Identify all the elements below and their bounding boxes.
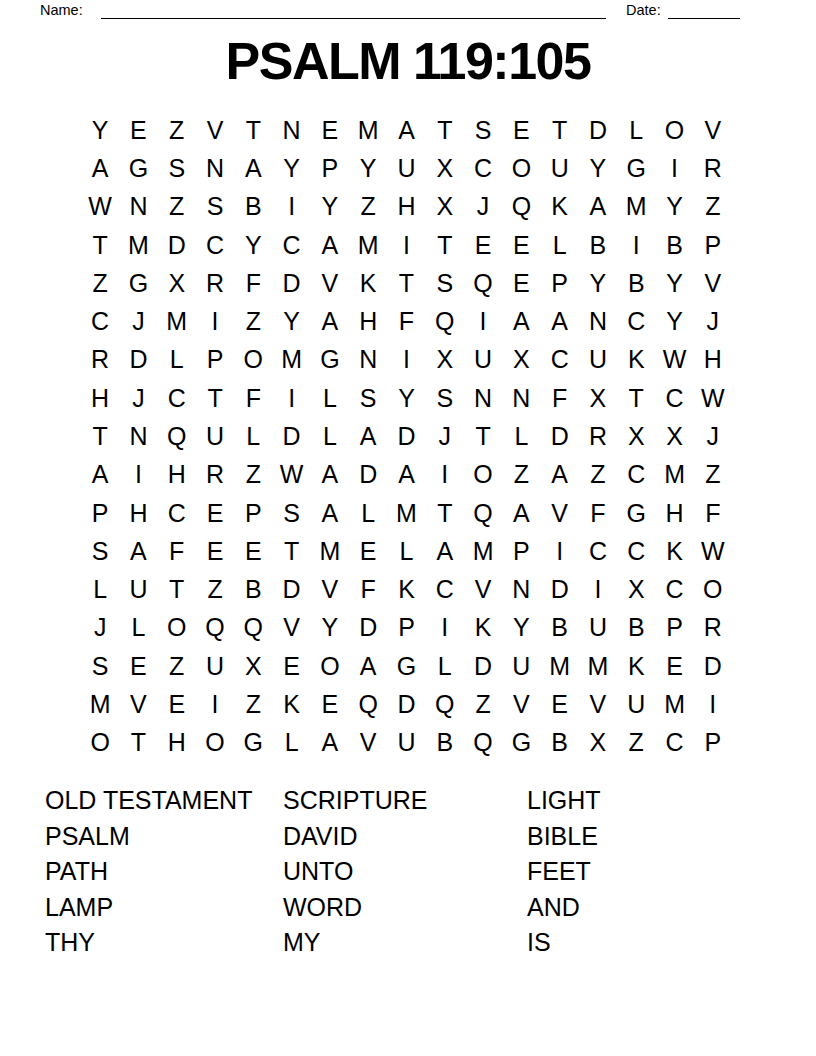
grid-cell[interactable]: P — [196, 341, 234, 379]
grid-cell[interactable]: Z — [579, 456, 617, 494]
grid-cell[interactable]: A — [81, 456, 119, 494]
grid-cell[interactable]: I — [387, 226, 425, 264]
grid-cell[interactable]: S — [349, 379, 387, 417]
grid-cell[interactable]: T — [272, 532, 310, 570]
grid-cell[interactable]: N — [119, 417, 157, 455]
grid-cell[interactable]: K — [464, 609, 502, 647]
grid-cell[interactable]: Y — [349, 149, 387, 187]
grid-cell[interactable]: P — [234, 494, 272, 532]
grid-cell[interactable]: M — [387, 494, 425, 532]
name-fill-line[interactable] — [101, 18, 606, 19]
grid-cell[interactable]: P — [655, 609, 693, 647]
grid-cell[interactable]: Z — [234, 685, 272, 723]
grid-cell[interactable]: C — [655, 724, 693, 762]
grid-cell[interactable]: J — [694, 302, 732, 340]
grid-cell[interactable]: B — [655, 226, 693, 264]
grid-cell[interactable]: D — [158, 226, 196, 264]
grid-cell[interactable]: G — [119, 264, 157, 302]
grid-cell[interactable]: S — [81, 532, 119, 570]
grid-cell[interactable]: B — [426, 724, 464, 762]
grid-cell[interactable]: Z — [196, 571, 234, 609]
grid-cell[interactable]: C — [655, 379, 693, 417]
grid-cell[interactable]: T — [196, 379, 234, 417]
grid-cell[interactable]: Q — [234, 609, 272, 647]
grid-cell[interactable]: X — [617, 417, 655, 455]
grid-cell[interactable]: E — [464, 226, 502, 264]
grid-cell[interactable]: H — [387, 188, 425, 226]
word-list-item[interactable]: SCRIPTURE — [283, 783, 427, 819]
grid-cell[interactable]: B — [617, 609, 655, 647]
grid-cell[interactable]: Q — [464, 494, 502, 532]
grid-cell[interactable]: J — [81, 609, 119, 647]
grid-cell[interactable]: G — [502, 724, 540, 762]
grid-cell[interactable]: M — [579, 647, 617, 685]
grid-cell[interactable]: Z — [694, 188, 732, 226]
grid-cell[interactable]: N — [272, 111, 310, 149]
grid-cell[interactable]: W — [272, 456, 310, 494]
grid-cell[interactable]: M — [349, 226, 387, 264]
grid-cell[interactable]: W — [694, 379, 732, 417]
grid-cell[interactable]: P — [541, 264, 579, 302]
grid-cell[interactable]: X — [426, 188, 464, 226]
word-list-item[interactable]: LAMP — [45, 890, 252, 926]
grid-cell[interactable]: O — [158, 609, 196, 647]
grid-cell[interactable]: E — [234, 532, 272, 570]
grid-cell[interactable]: A — [234, 149, 272, 187]
grid-cell[interactable]: U — [464, 341, 502, 379]
grid-cell[interactable]: T — [81, 226, 119, 264]
grid-cell[interactable]: X — [426, 149, 464, 187]
grid-cell[interactable]: C — [655, 571, 693, 609]
grid-cell[interactable]: Q — [502, 188, 540, 226]
grid-cell[interactable]: C — [158, 379, 196, 417]
grid-cell[interactable]: X — [579, 379, 617, 417]
grid-cell[interactable]: A — [349, 647, 387, 685]
grid-cell[interactable]: H — [694, 341, 732, 379]
grid-cell[interactable]: A — [81, 149, 119, 187]
word-list-item[interactable]: BIBLE — [527, 819, 601, 855]
grid-cell[interactable]: C — [541, 341, 579, 379]
grid-cell[interactable]: P — [502, 532, 540, 570]
grid-cell[interactable]: Z — [464, 685, 502, 723]
grid-cell[interactable]: I — [426, 609, 464, 647]
grid-cell[interactable]: V — [196, 111, 234, 149]
grid-cell[interactable]: P — [694, 226, 732, 264]
grid-cell[interactable]: A — [579, 188, 617, 226]
grid-cell[interactable]: F — [541, 379, 579, 417]
grid-cell[interactable]: S — [272, 494, 310, 532]
grid-cell[interactable]: U — [502, 647, 540, 685]
grid-cell[interactable]: U — [196, 647, 234, 685]
grid-cell[interactable]: M — [541, 647, 579, 685]
grid-cell[interactable]: E — [541, 685, 579, 723]
grid-cell[interactable]: Z — [502, 456, 540, 494]
grid-cell[interactable]: F — [234, 379, 272, 417]
word-list-item[interactable]: THY — [45, 925, 252, 961]
grid-cell[interactable]: E — [502, 264, 540, 302]
grid-cell[interactable]: P — [387, 609, 425, 647]
grid-cell[interactable]: L — [311, 417, 349, 455]
grid-cell[interactable]: M — [464, 532, 502, 570]
grid-cell[interactable]: Y — [579, 149, 617, 187]
grid-cell[interactable]: A — [311, 456, 349, 494]
grid-cell[interactable]: U — [387, 724, 425, 762]
grid-cell[interactable]: L — [158, 341, 196, 379]
grid-cell[interactable]: A — [502, 302, 540, 340]
grid-cell[interactable]: M — [158, 302, 196, 340]
grid-cell[interactable]: R — [196, 264, 234, 302]
grid-cell[interactable]: X — [655, 417, 693, 455]
grid-cell[interactable]: M — [349, 111, 387, 149]
grid-cell[interactable]: R — [81, 341, 119, 379]
grid-cell[interactable]: Y — [272, 302, 310, 340]
grid-cell[interactable]: P — [311, 149, 349, 187]
grid-cell[interactable]: K — [617, 341, 655, 379]
grid-cell[interactable]: I — [196, 302, 234, 340]
grid-cell[interactable]: L — [272, 724, 310, 762]
grid-cell[interactable]: S — [464, 111, 502, 149]
grid-cell[interactable]: S — [426, 264, 464, 302]
grid-cell[interactable]: G — [387, 647, 425, 685]
grid-cell[interactable]: S — [81, 647, 119, 685]
grid-cell[interactable]: D — [541, 571, 579, 609]
grid-cell[interactable]: Y — [234, 226, 272, 264]
grid-cell[interactable]: B — [579, 226, 617, 264]
grid-cell[interactable]: P — [81, 494, 119, 532]
grid-cell[interactable]: Y — [655, 188, 693, 226]
grid-cell[interactable]: E — [158, 685, 196, 723]
grid-cell[interactable]: M — [655, 685, 693, 723]
word-list-item[interactable]: OLD TESTAMENT — [45, 783, 252, 819]
grid-cell[interactable]: A — [541, 302, 579, 340]
grid-cell[interactable]: J — [426, 417, 464, 455]
grid-cell[interactable]: D — [387, 417, 425, 455]
grid-cell[interactable]: F — [387, 302, 425, 340]
grid-cell[interactable]: Y — [655, 264, 693, 302]
date-fill-line[interactable] — [668, 18, 740, 19]
grid-cell[interactable]: K — [349, 264, 387, 302]
grid-cell[interactable]: X — [234, 647, 272, 685]
grid-cell[interactable]: S — [158, 149, 196, 187]
grid-cell[interactable]: J — [119, 379, 157, 417]
grid-cell[interactable]: T — [119, 724, 157, 762]
grid-cell[interactable]: I — [694, 685, 732, 723]
grid-cell[interactable]: U — [579, 609, 617, 647]
grid-cell[interactable]: L — [119, 609, 157, 647]
grid-cell[interactable]: B — [234, 571, 272, 609]
grid-cell[interactable]: N — [502, 379, 540, 417]
grid-cell[interactable]: O — [464, 456, 502, 494]
grid-cell[interactable]: T — [426, 494, 464, 532]
grid-cell[interactable]: Q — [464, 264, 502, 302]
grid-cell[interactable]: N — [196, 149, 234, 187]
grid-cell[interactable]: Q — [426, 302, 464, 340]
grid-cell[interactable]: B — [617, 264, 655, 302]
grid-cell[interactable]: A — [387, 111, 425, 149]
grid-cell[interactable]: P — [694, 724, 732, 762]
grid-cell[interactable]: E — [272, 647, 310, 685]
grid-cell[interactable]: D — [387, 685, 425, 723]
grid-cell[interactable]: E — [655, 647, 693, 685]
grid-cell[interactable]: X — [158, 264, 196, 302]
grid-cell[interactable]: B — [541, 724, 579, 762]
grid-cell[interactable]: X — [502, 341, 540, 379]
grid-cell[interactable]: Z — [349, 188, 387, 226]
grid-cell[interactable]: Q — [426, 685, 464, 723]
grid-cell[interactable]: E — [311, 685, 349, 723]
grid-cell[interactable]: H — [158, 456, 196, 494]
grid-cell[interactable]: V — [119, 685, 157, 723]
grid-cell[interactable]: G — [311, 341, 349, 379]
grid-cell[interactable]: M — [81, 685, 119, 723]
grid-cell[interactable]: C — [196, 226, 234, 264]
grid-cell[interactable]: F — [694, 494, 732, 532]
grid-cell[interactable]: W — [655, 341, 693, 379]
grid-cell[interactable]: O — [655, 111, 693, 149]
grid-cell[interactable]: F — [579, 494, 617, 532]
grid-cell[interactable]: D — [272, 417, 310, 455]
grid-cell[interactable]: I — [387, 341, 425, 379]
grid-cell[interactable]: B — [234, 188, 272, 226]
grid-cell[interactable]: O — [694, 571, 732, 609]
grid-cell[interactable]: I — [272, 188, 310, 226]
grid-cell[interactable]: A — [541, 456, 579, 494]
grid-cell[interactable]: R — [694, 609, 732, 647]
grid-cell[interactable]: D — [349, 609, 387, 647]
grid-cell[interactable]: L — [617, 111, 655, 149]
grid-cell[interactable]: Y — [311, 188, 349, 226]
grid-cell[interactable]: K — [617, 647, 655, 685]
word-list-item[interactable]: FEET — [527, 854, 601, 890]
grid-cell[interactable]: T — [426, 226, 464, 264]
grid-cell[interactable]: F — [234, 264, 272, 302]
grid-cell[interactable]: E — [119, 647, 157, 685]
grid-cell[interactable]: A — [426, 532, 464, 570]
grid-cell[interactable]: H — [655, 494, 693, 532]
grid-cell[interactable]: U — [119, 571, 157, 609]
grid-cell[interactable]: Z — [234, 456, 272, 494]
grid-cell[interactable]: A — [311, 302, 349, 340]
grid-cell[interactable]: D — [272, 571, 310, 609]
grid-cell[interactable]: D — [579, 111, 617, 149]
grid-cell[interactable]: B — [541, 609, 579, 647]
grid-cell[interactable]: J — [119, 302, 157, 340]
grid-cell[interactable]: H — [119, 494, 157, 532]
grid-cell[interactable]: C — [617, 532, 655, 570]
grid-cell[interactable]: U — [579, 341, 617, 379]
grid-cell[interactable]: U — [387, 149, 425, 187]
grid-cell[interactable]: Z — [158, 647, 196, 685]
grid-cell[interactable]: R — [579, 417, 617, 455]
grid-cell[interactable]: U — [617, 685, 655, 723]
grid-cell[interactable]: M — [272, 341, 310, 379]
grid-cell[interactable]: A — [311, 226, 349, 264]
grid-cell[interactable]: K — [541, 188, 579, 226]
grid-cell[interactable]: I — [617, 226, 655, 264]
grid-cell[interactable]: I — [464, 302, 502, 340]
grid-cell[interactable]: H — [81, 379, 119, 417]
grid-cell[interactable]: A — [311, 724, 349, 762]
grid-cell[interactable]: V — [464, 571, 502, 609]
grid-cell[interactable]: L — [541, 226, 579, 264]
grid-cell[interactable]: T — [464, 417, 502, 455]
grid-cell[interactable]: C — [426, 571, 464, 609]
grid-cell[interactable]: L — [81, 571, 119, 609]
grid-cell[interactable]: Q — [464, 724, 502, 762]
grid-cell[interactable]: I — [426, 456, 464, 494]
grid-cell[interactable]: V — [579, 685, 617, 723]
grid-cell[interactable]: S — [196, 188, 234, 226]
grid-cell[interactable]: G — [234, 724, 272, 762]
grid-cell[interactable]: I — [119, 456, 157, 494]
grid-cell[interactable]: K — [655, 532, 693, 570]
grid-cell[interactable]: J — [694, 417, 732, 455]
grid-cell[interactable]: V — [311, 264, 349, 302]
grid-cell[interactable]: Y — [502, 609, 540, 647]
grid-cell[interactable]: Y — [387, 379, 425, 417]
grid-cell[interactable]: Z — [234, 302, 272, 340]
grid-cell[interactable]: N — [464, 379, 502, 417]
word-list-item[interactable]: MY — [283, 925, 427, 961]
grid-cell[interactable]: M — [311, 532, 349, 570]
grid-cell[interactable]: N — [119, 188, 157, 226]
grid-cell[interactable]: E — [196, 532, 234, 570]
grid-cell[interactable]: K — [387, 571, 425, 609]
grid-cell[interactable]: V — [311, 571, 349, 609]
grid-cell[interactable]: M — [617, 188, 655, 226]
grid-cell[interactable]: W — [694, 532, 732, 570]
grid-cell[interactable]: X — [579, 724, 617, 762]
grid-cell[interactable]: S — [426, 379, 464, 417]
grid-cell[interactable]: V — [694, 111, 732, 149]
grid-cell[interactable]: D — [541, 417, 579, 455]
grid-cell[interactable]: V — [694, 264, 732, 302]
grid-cell[interactable]: C — [464, 149, 502, 187]
grid-cell[interactable]: Z — [158, 188, 196, 226]
grid-cell[interactable]: L — [234, 417, 272, 455]
grid-cell[interactable]: D — [464, 647, 502, 685]
grid-cell[interactable]: G — [617, 494, 655, 532]
grid-cell[interactable]: U — [196, 417, 234, 455]
word-list-item[interactable]: LIGHT — [527, 783, 601, 819]
grid-cell[interactable]: T — [158, 571, 196, 609]
grid-cell[interactable]: T — [426, 111, 464, 149]
grid-cell[interactable]: A — [349, 417, 387, 455]
grid-cell[interactable]: Q — [349, 685, 387, 723]
grid-cell[interactable]: V — [541, 494, 579, 532]
grid-cell[interactable]: E — [196, 494, 234, 532]
grid-cell[interactable]: C — [272, 226, 310, 264]
grid-cell[interactable]: D — [694, 647, 732, 685]
grid-cell[interactable]: Z — [158, 111, 196, 149]
grid-cell[interactable]: T — [81, 417, 119, 455]
grid-cell[interactable]: T — [387, 264, 425, 302]
grid-cell[interactable]: I — [541, 532, 579, 570]
grid-cell[interactable]: Q — [196, 609, 234, 647]
grid-cell[interactable]: H — [158, 724, 196, 762]
grid-cell[interactable]: F — [158, 532, 196, 570]
grid-cell[interactable]: Y — [579, 264, 617, 302]
grid-cell[interactable]: R — [196, 456, 234, 494]
grid-cell[interactable]: L — [349, 494, 387, 532]
grid-cell[interactable]: O — [502, 149, 540, 187]
grid-cell[interactable]: V — [349, 724, 387, 762]
grid-cell[interactable]: N — [349, 341, 387, 379]
grid-cell[interactable]: C — [158, 494, 196, 532]
grid-cell[interactable]: C — [617, 456, 655, 494]
word-list-item[interactable]: WORD — [283, 890, 427, 926]
grid-cell[interactable]: E — [349, 532, 387, 570]
grid-cell[interactable]: L — [387, 532, 425, 570]
grid-cell[interactable]: V — [502, 685, 540, 723]
grid-cell[interactable]: Q — [158, 417, 196, 455]
grid-cell[interactable]: O — [234, 341, 272, 379]
grid-cell[interactable]: A — [119, 532, 157, 570]
grid-cell[interactable]: A — [502, 494, 540, 532]
grid-cell[interactable]: L — [426, 647, 464, 685]
grid-cell[interactable]: I — [655, 149, 693, 187]
grid-cell[interactable]: Y — [655, 302, 693, 340]
grid-cell[interactable]: K — [272, 685, 310, 723]
grid-cell[interactable]: H — [349, 302, 387, 340]
grid-cell[interactable]: G — [617, 149, 655, 187]
grid-cell[interactable]: A — [311, 494, 349, 532]
grid-cell[interactable]: Z — [81, 264, 119, 302]
grid-cell[interactable]: N — [502, 571, 540, 609]
grid-cell[interactable]: Y — [311, 609, 349, 647]
grid-cell[interactable]: E — [119, 111, 157, 149]
grid-cell[interactable]: V — [272, 609, 310, 647]
grid-cell[interactable]: D — [119, 341, 157, 379]
word-list-item[interactable]: PSALM — [45, 819, 252, 855]
word-list-item[interactable]: IS — [527, 925, 601, 961]
word-list-item[interactable]: PATH — [45, 854, 252, 890]
grid-cell[interactable]: O — [81, 724, 119, 762]
grid-cell[interactable]: L — [502, 417, 540, 455]
grid-cell[interactable]: X — [617, 571, 655, 609]
grid-cell[interactable]: Z — [617, 724, 655, 762]
grid-cell[interactable]: C — [579, 532, 617, 570]
grid-cell[interactable]: C — [81, 302, 119, 340]
grid-cell[interactable]: Y — [272, 149, 310, 187]
grid-cell[interactable]: E — [502, 226, 540, 264]
grid-cell[interactable]: D — [349, 456, 387, 494]
word-list-item[interactable]: DAVID — [283, 819, 427, 855]
grid-cell[interactable]: N — [579, 302, 617, 340]
grid-cell[interactable]: I — [196, 685, 234, 723]
grid-cell[interactable]: A — [387, 456, 425, 494]
grid-cell[interactable]: D — [272, 264, 310, 302]
grid-cell[interactable]: O — [196, 724, 234, 762]
grid-cell[interactable]: L — [311, 379, 349, 417]
grid-cell[interactable]: U — [541, 149, 579, 187]
grid-cell[interactable]: M — [119, 226, 157, 264]
grid-cell[interactable]: Z — [694, 456, 732, 494]
grid-cell[interactable]: R — [694, 149, 732, 187]
word-list-item[interactable]: AND — [527, 890, 601, 926]
grid-cell[interactable]: X — [426, 341, 464, 379]
grid-cell[interactable]: T — [541, 111, 579, 149]
grid-cell[interactable]: C — [617, 302, 655, 340]
grid-cell[interactable]: T — [617, 379, 655, 417]
grid-cell[interactable]: M — [655, 456, 693, 494]
grid-cell[interactable]: G — [119, 149, 157, 187]
grid-cell[interactable]: I — [579, 571, 617, 609]
grid-cell[interactable]: W — [81, 188, 119, 226]
grid-cell[interactable]: I — [272, 379, 310, 417]
grid-cell[interactable]: E — [502, 111, 540, 149]
grid-cell[interactable]: E — [311, 111, 349, 149]
